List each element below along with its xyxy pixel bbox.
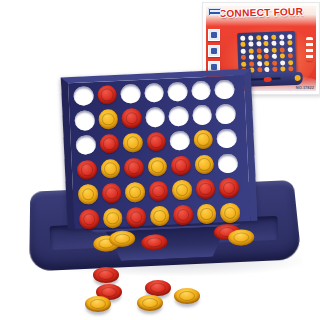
yellow-disc xyxy=(137,295,163,311)
product-photo: CONNECT FOUR NO.17822 xyxy=(0,0,320,320)
loose-discs xyxy=(0,0,320,320)
yellow-disc xyxy=(85,296,111,312)
yellow-disc xyxy=(174,288,200,304)
red-disc xyxy=(93,267,119,283)
red-disc xyxy=(145,280,171,296)
